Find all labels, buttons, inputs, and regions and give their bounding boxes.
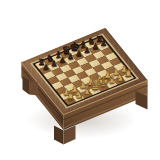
foot-left-front — [29, 80, 38, 96]
piece-black-pawn[interactable]: ♟ — [59, 57, 66, 65]
piece-white-rook[interactable]: ♜ — [66, 92, 75, 102]
chess-set-photo: ♜♞♝♛♚♝♞♜♟♟♟♟♟♟♟♟♟♟♟♟♟♟♟♟♜♞♝♛♚♝♞♜ — [0, 0, 160, 160]
piece-black-pawn[interactable]: ♟ — [42, 64, 49, 72]
piece-black-pawn[interactable]: ♟ — [50, 60, 57, 68]
piece-white-knight[interactable]: ♞ — [74, 88, 84, 99]
piece-black-pawn[interactable]: ♟ — [83, 47, 90, 55]
piece-black-pawn[interactable]: ♟ — [67, 54, 74, 62]
piece-black-pawn[interactable]: ♟ — [92, 43, 99, 51]
piece-black-pawn[interactable]: ♟ — [100, 40, 107, 48]
piece-black-pawn[interactable]: ♟ — [75, 50, 82, 58]
foot-front-left — [54, 126, 64, 145]
